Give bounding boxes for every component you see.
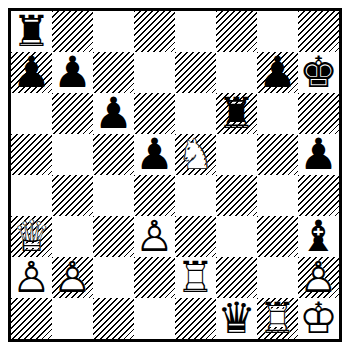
piece-glyph: ♙ bbox=[298, 257, 339, 298]
square-g8[interactable] bbox=[257, 11, 298, 52]
piece-glyph: ♙ bbox=[11, 257, 52, 298]
piece-glyph: ♔ bbox=[298, 298, 339, 339]
square-h2[interactable]: ♟♙ bbox=[298, 257, 339, 298]
square-g7[interactable]: ♟ bbox=[257, 52, 298, 93]
square-e1[interactable] bbox=[175, 298, 216, 339]
square-a2[interactable]: ♟♙ bbox=[11, 257, 52, 298]
piece-glyph: ♕ bbox=[11, 216, 52, 257]
square-g3[interactable] bbox=[257, 216, 298, 257]
piece-glyph: ♟ bbox=[93, 93, 134, 134]
square-c7[interactable] bbox=[93, 52, 134, 93]
square-a3[interactable]: ♛♕ bbox=[11, 216, 52, 257]
black-rook-f6: ♜ bbox=[216, 93, 257, 134]
black-pawn-d5: ♟ bbox=[134, 134, 175, 175]
square-b4[interactable] bbox=[52, 175, 93, 216]
square-d1[interactable] bbox=[134, 298, 175, 339]
square-h4[interactable] bbox=[298, 175, 339, 216]
square-a7[interactable]: ♟ bbox=[11, 52, 52, 93]
square-d4[interactable] bbox=[134, 175, 175, 216]
square-g6[interactable] bbox=[257, 93, 298, 134]
square-a5[interactable] bbox=[11, 134, 52, 175]
black-pawn-b7: ♟ bbox=[52, 52, 93, 93]
square-e6[interactable] bbox=[175, 93, 216, 134]
square-f1[interactable]: ♛ bbox=[216, 298, 257, 339]
square-f3[interactable] bbox=[216, 216, 257, 257]
piece-glyph: ♟ bbox=[11, 52, 52, 93]
white-knight-e5: ♞♘ bbox=[175, 134, 216, 175]
square-a8[interactable]: ♜ bbox=[11, 11, 52, 52]
square-c4[interactable] bbox=[93, 175, 134, 216]
square-f4[interactable] bbox=[216, 175, 257, 216]
white-pawn-a2: ♟♙ bbox=[11, 257, 52, 298]
square-a4[interactable] bbox=[11, 175, 52, 216]
black-pawn-c6: ♟ bbox=[93, 93, 134, 134]
piece-glyph: ♝ bbox=[298, 216, 339, 257]
black-pawn-h5: ♟ bbox=[298, 134, 339, 175]
square-c6[interactable]: ♟ bbox=[93, 93, 134, 134]
piece-glyph: ♜ bbox=[11, 11, 52, 52]
square-d2[interactable] bbox=[134, 257, 175, 298]
square-g5[interactable] bbox=[257, 134, 298, 175]
black-queen-f1: ♛ bbox=[216, 298, 257, 339]
piece-glyph: ♟ bbox=[52, 52, 93, 93]
square-a6[interactable] bbox=[11, 93, 52, 134]
square-d8[interactable] bbox=[134, 11, 175, 52]
piece-glyph: ♛ bbox=[216, 298, 257, 339]
square-d3[interactable]: ♟♙ bbox=[134, 216, 175, 257]
piece-glyph: ♙ bbox=[52, 257, 93, 298]
piece-glyph: ♖ bbox=[175, 257, 216, 298]
piece-glyph: ♘ bbox=[175, 134, 216, 175]
black-pawn-a7: ♟ bbox=[11, 52, 52, 93]
square-h5[interactable]: ♟ bbox=[298, 134, 339, 175]
square-d6[interactable] bbox=[134, 93, 175, 134]
black-rook-a8: ♜ bbox=[11, 11, 52, 52]
square-e5[interactable]: ♞♘ bbox=[175, 134, 216, 175]
piece-glyph: ♜ bbox=[216, 93, 257, 134]
square-e4[interactable] bbox=[175, 175, 216, 216]
square-h7[interactable]: ♚ bbox=[298, 52, 339, 93]
square-f7[interactable] bbox=[216, 52, 257, 93]
white-queen-a3: ♛♕ bbox=[11, 216, 52, 257]
square-c5[interactable] bbox=[93, 134, 134, 175]
square-g4[interactable] bbox=[257, 175, 298, 216]
black-pawn-g7: ♟ bbox=[257, 52, 298, 93]
square-b8[interactable] bbox=[52, 11, 93, 52]
square-f6[interactable]: ♜ bbox=[216, 93, 257, 134]
square-d7[interactable] bbox=[134, 52, 175, 93]
square-e3[interactable] bbox=[175, 216, 216, 257]
square-c1[interactable] bbox=[93, 298, 134, 339]
square-f2[interactable] bbox=[216, 257, 257, 298]
square-b7[interactable]: ♟ bbox=[52, 52, 93, 93]
white-pawn-b2: ♟♙ bbox=[52, 257, 93, 298]
square-b3[interactable] bbox=[52, 216, 93, 257]
white-rook-e2: ♜♖ bbox=[175, 257, 216, 298]
piece-glyph: ♟ bbox=[298, 134, 339, 175]
white-king-h1: ♚♔ bbox=[298, 298, 339, 339]
black-bishop-h3: ♝ bbox=[298, 216, 339, 257]
square-c2[interactable] bbox=[93, 257, 134, 298]
square-g2[interactable] bbox=[257, 257, 298, 298]
square-b6[interactable] bbox=[52, 93, 93, 134]
square-f5[interactable] bbox=[216, 134, 257, 175]
white-pawn-d3: ♟♙ bbox=[134, 216, 175, 257]
square-c8[interactable] bbox=[93, 11, 134, 52]
square-h8[interactable] bbox=[298, 11, 339, 52]
piece-glyph: ♙ bbox=[134, 216, 175, 257]
square-g1[interactable]: ♜♖ bbox=[257, 298, 298, 339]
square-a1[interactable] bbox=[11, 298, 52, 339]
black-king-h7: ♚ bbox=[298, 52, 339, 93]
square-h1[interactable]: ♚♔ bbox=[298, 298, 339, 339]
piece-glyph: ♟ bbox=[257, 52, 298, 93]
white-pawn-h2: ♟♙ bbox=[298, 257, 339, 298]
square-d5[interactable]: ♟ bbox=[134, 134, 175, 175]
square-e8[interactable] bbox=[175, 11, 216, 52]
piece-glyph: ♖ bbox=[257, 298, 298, 339]
square-e2[interactable]: ♜♖ bbox=[175, 257, 216, 298]
square-f8[interactable] bbox=[216, 11, 257, 52]
square-b2[interactable]: ♟♙ bbox=[52, 257, 93, 298]
square-b5[interactable] bbox=[52, 134, 93, 175]
piece-glyph: ♟ bbox=[134, 134, 175, 175]
piece-glyph: ♚ bbox=[298, 52, 339, 93]
square-h3[interactable]: ♝ bbox=[298, 216, 339, 257]
square-c3[interactable] bbox=[93, 216, 134, 257]
square-h6[interactable] bbox=[298, 93, 339, 134]
chess-board: ♜♟♟♟♚♟♜♟♞♘♟♛♕♟♙♝♟♙♟♙♜♖♟♙♛♜♖♚♔ bbox=[8, 8, 342, 342]
square-e7[interactable] bbox=[175, 52, 216, 93]
white-rook-g1: ♜♖ bbox=[257, 298, 298, 339]
square-b1[interactable] bbox=[52, 298, 93, 339]
